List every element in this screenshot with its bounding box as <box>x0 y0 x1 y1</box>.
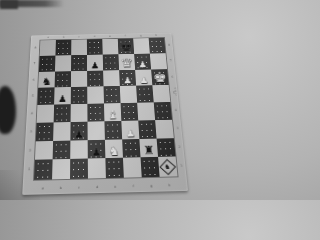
black-rook-g2[interactable]: ♜ <box>143 144 155 156</box>
square-g8[interactable] <box>133 38 150 54</box>
square-c7[interactable] <box>71 55 87 71</box>
square-a8[interactable] <box>40 40 56 56</box>
square-d3[interactable] <box>88 121 105 140</box>
square-e4[interactable]: ♝ <box>104 103 121 121</box>
square-d8[interactable] <box>87 39 103 55</box>
square-d2[interactable]: ♟ <box>88 139 106 158</box>
square-g7[interactable]: ♟ <box>134 53 151 69</box>
square-c5[interactable] <box>71 87 88 104</box>
square-d6[interactable] <box>87 70 103 87</box>
square-f7[interactable]: ♛ <box>118 54 135 70</box>
square-c8[interactable] <box>71 39 87 55</box>
square-h4[interactable] <box>154 102 172 120</box>
square-f4[interactable] <box>121 103 139 121</box>
square-h6[interactable]: ♚ <box>151 69 169 86</box>
square-d5[interactable] <box>87 87 104 104</box>
square-b3[interactable] <box>53 122 70 141</box>
square-h7[interactable] <box>150 53 167 69</box>
black-pawn-c3[interactable]: ♟ <box>74 129 83 139</box>
white-pawn-g7[interactable]: ♟ <box>138 60 147 69</box>
white-queen-f7[interactable]: ♛ <box>120 57 133 69</box>
square-e1[interactable] <box>105 158 123 178</box>
square-h5[interactable] <box>152 85 170 102</box>
square-a4[interactable] <box>37 105 54 123</box>
square-a3[interactable] <box>36 122 54 141</box>
square-h1[interactable]: ♞ <box>158 157 177 177</box>
square-g1[interactable] <box>141 157 160 177</box>
square-h2[interactable] <box>157 138 176 157</box>
square-a6[interactable]: ♞ <box>38 71 55 88</box>
square-b1[interactable] <box>52 159 70 179</box>
white-pawn-g6[interactable]: ♟ <box>139 76 148 85</box>
square-c4[interactable] <box>71 104 88 122</box>
white-king-h6[interactable]: ♚ <box>152 71 167 85</box>
off-board-object-shadow <box>0 86 16 134</box>
white-knight-e2[interactable]: ♞ <box>108 145 120 157</box>
square-e5[interactable] <box>104 86 121 103</box>
square-b8[interactable] <box>55 40 71 56</box>
black-king-f8[interactable]: ♚ <box>119 41 133 54</box>
square-f1[interactable] <box>123 158 142 178</box>
square-b4[interactable] <box>54 104 71 122</box>
square-g4[interactable] <box>137 102 155 120</box>
square-e7[interactable] <box>103 54 119 70</box>
square-a7[interactable] <box>39 55 55 71</box>
photo-background: ♚♟♛♟♞♟♟♚♟♝♟♟♟♞♜♞ 87654321 87654321 abcde… <box>0 0 200 200</box>
brand-text: ·ı·ıı·ı· <box>172 87 179 112</box>
white-bishop-e4[interactable]: ♝ <box>107 108 119 120</box>
square-a2[interactable] <box>35 141 53 160</box>
square-e6[interactable] <box>103 70 120 87</box>
square-d4[interactable] <box>87 103 104 121</box>
square-b7[interactable] <box>55 55 71 71</box>
square-g2[interactable]: ♜ <box>139 138 158 157</box>
square-c3[interactable]: ♟ <box>70 121 87 140</box>
square-d7[interactable]: ♟ <box>87 54 103 70</box>
chess-board: ♚♟♛♟♞♟♟♚♟♝♟♟♟♞♜♞ <box>34 38 177 180</box>
maker-logo: ♞ <box>159 159 176 175</box>
square-f8[interactable]: ♚ <box>118 38 134 54</box>
white-pawn-f3[interactable]: ♟ <box>126 128 136 138</box>
square-h3[interactable] <box>155 120 174 139</box>
file-labels-bottom: abcdefgh <box>33 179 178 193</box>
square-h8[interactable] <box>149 38 166 54</box>
square-f3[interactable]: ♟ <box>121 120 139 139</box>
square-f2[interactable] <box>122 139 140 158</box>
square-e3[interactable] <box>104 121 122 140</box>
square-f6[interactable]: ♟ <box>119 69 136 86</box>
mat-border: ♚♟♛♟♞♟♟♚♟♝♟♟♟♞♜♞ 87654321 87654321 abcde… <box>22 33 188 195</box>
square-b6[interactable] <box>55 71 71 88</box>
square-c1[interactable] <box>70 159 88 179</box>
square-a5[interactable] <box>37 88 54 105</box>
black-pawn-d2[interactable]: ♟ <box>92 147 102 157</box>
square-g5[interactable] <box>136 85 154 102</box>
square-e2[interactable]: ♞ <box>105 139 123 158</box>
chessboard-mat: ♚♟♛♟♞♟♟♚♟♝♟♟♟♞♜♞ 87654321 87654321 abcde… <box>22 33 188 195</box>
table-shadow-top-corner <box>0 0 18 9</box>
square-c2[interactable] <box>70 140 88 159</box>
black-knight-a6[interactable]: ♞ <box>41 76 52 87</box>
square-c6[interactable] <box>71 70 87 87</box>
square-g6[interactable]: ♟ <box>135 69 152 86</box>
white-pawn-f6[interactable]: ♟ <box>123 76 132 85</box>
black-pawn-b5[interactable]: ♟ <box>58 94 67 103</box>
square-a1[interactable] <box>34 160 53 180</box>
square-b2[interactable] <box>53 140 71 159</box>
square-e8[interactable] <box>102 39 118 55</box>
black-pawn-d7[interactable]: ♟ <box>91 61 100 70</box>
square-d1[interactable] <box>88 158 106 178</box>
square-b5[interactable]: ♟ <box>54 87 71 104</box>
square-f5[interactable] <box>120 86 137 103</box>
square-g3[interactable] <box>138 120 156 139</box>
